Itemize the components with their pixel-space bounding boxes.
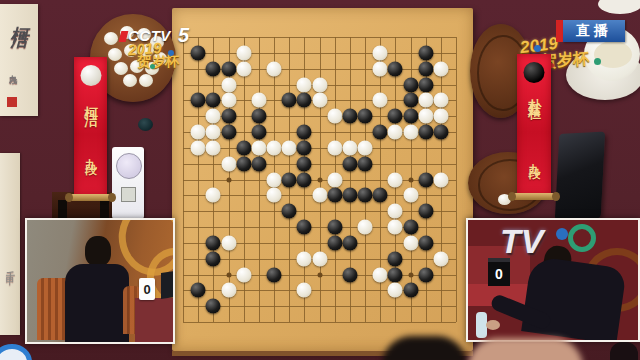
scroll-name-text: 柯洁 bbox=[8, 12, 31, 22]
white-stone bbox=[327, 172, 342, 187]
black-stone bbox=[206, 61, 221, 76]
white-stone bbox=[221, 235, 236, 250]
black-stone bbox=[297, 93, 312, 108]
black-stone bbox=[403, 93, 418, 108]
go-board bbox=[172, 8, 473, 351]
white-stone bbox=[221, 77, 236, 92]
white-stone bbox=[282, 140, 297, 155]
black-stone bbox=[191, 93, 206, 108]
table-leg bbox=[58, 200, 67, 220]
white-stone bbox=[236, 61, 251, 76]
table-cloth bbox=[135, 298, 173, 342]
green-swirl-icon bbox=[568, 224, 596, 252]
bauble-icon bbox=[150, 64, 155, 69]
black-stone bbox=[358, 188, 373, 203]
player-right-figure bbox=[521, 256, 627, 342]
bowl-white-stone bbox=[114, 62, 128, 75]
video-feed-left: 0 bbox=[25, 218, 175, 344]
white-stone bbox=[312, 93, 327, 108]
star-point bbox=[317, 272, 322, 277]
live-badge: 直播 bbox=[563, 20, 625, 42]
black-stone bbox=[327, 188, 342, 203]
scroll-rank-text: 九段 bbox=[6, 68, 17, 70]
black-stone bbox=[403, 109, 418, 124]
banner-rod bbox=[512, 193, 556, 200]
black-stone bbox=[342, 235, 357, 250]
white-stone bbox=[206, 188, 221, 203]
event-logo-name-left: 贺岁杯 bbox=[137, 53, 179, 71]
black-stone bbox=[206, 251, 221, 266]
side-scroll-text: 千甲 bbox=[4, 263, 17, 275]
black-stone bbox=[358, 109, 373, 124]
white-stone bbox=[236, 45, 251, 60]
black-stone bbox=[297, 172, 312, 187]
white-stone bbox=[206, 140, 221, 155]
bowl-white-stone bbox=[108, 48, 122, 61]
bauble-icon bbox=[594, 58, 601, 65]
black-stone bbox=[418, 77, 433, 92]
star-point bbox=[408, 177, 413, 182]
black-stone bbox=[388, 251, 403, 266]
saucer-partial bbox=[598, 0, 640, 14]
white-stone bbox=[297, 77, 312, 92]
white-stone bbox=[358, 220, 373, 235]
white-stone bbox=[267, 172, 282, 187]
white-stone bbox=[251, 140, 266, 155]
white-stone bbox=[433, 109, 448, 124]
black-stone bbox=[251, 109, 266, 124]
white-stone bbox=[433, 251, 448, 266]
black-stone bbox=[221, 125, 236, 140]
star-point bbox=[226, 177, 231, 182]
black-stone bbox=[206, 93, 221, 108]
star-point bbox=[226, 272, 231, 277]
white-stone-indicator-icon bbox=[80, 65, 101, 86]
black-stone bbox=[221, 109, 236, 124]
player-banner-right: 朴廷桓 九段 bbox=[517, 54, 551, 196]
black-stone bbox=[342, 188, 357, 203]
black-stone bbox=[267, 267, 282, 282]
game-clock-right bbox=[555, 132, 605, 221]
black-stone bbox=[297, 220, 312, 235]
broadcast-frame: 柯洁 九段 千甲 CCTV 5 2019 贺岁杯 2019 贺岁杯 直播 柯洁 bbox=[0, 0, 640, 360]
white-stone bbox=[297, 251, 312, 266]
bowl-white-stone bbox=[104, 32, 118, 45]
bowl-white-stone bbox=[123, 74, 137, 87]
grid-line bbox=[183, 322, 456, 323]
black-stone bbox=[403, 77, 418, 92]
clock-display bbox=[121, 187, 136, 202]
player-left-rank: 九段 bbox=[82, 149, 99, 157]
white-stone bbox=[342, 140, 357, 155]
black-stone bbox=[327, 235, 342, 250]
black-stone bbox=[388, 61, 403, 76]
player-left-figure bbox=[65, 264, 129, 342]
black-stone bbox=[418, 267, 433, 282]
black-stone bbox=[297, 156, 312, 171]
black-stone bbox=[206, 235, 221, 250]
black-stone bbox=[191, 45, 206, 60]
star-point bbox=[317, 177, 322, 182]
black-stone bbox=[418, 125, 433, 140]
bauble-icon bbox=[534, 45, 541, 52]
black-stone bbox=[297, 140, 312, 155]
corner-logo-fragment bbox=[0, 344, 32, 360]
white-stone bbox=[433, 93, 448, 108]
black-stone bbox=[327, 220, 342, 235]
white-stone bbox=[418, 109, 433, 124]
white-stone bbox=[433, 61, 448, 76]
white-stone bbox=[267, 188, 282, 203]
white-stone bbox=[206, 109, 221, 124]
table-leg bbox=[100, 200, 109, 220]
white-stone bbox=[297, 283, 312, 298]
game-clock-left bbox=[112, 147, 144, 219]
grid-line bbox=[183, 211, 456, 212]
counter-cube-right: 0 bbox=[488, 258, 510, 286]
clock-button bbox=[116, 153, 142, 179]
black-stone bbox=[282, 93, 297, 108]
monitor bbox=[161, 271, 174, 299]
player-left-head bbox=[85, 236, 111, 266]
player-left-name: 柯洁 bbox=[82, 95, 100, 109]
cctv-channel-number: 5 bbox=[178, 24, 190, 47]
white-stone bbox=[267, 140, 282, 155]
foreground-person bbox=[468, 338, 583, 360]
white-stone bbox=[433, 172, 448, 187]
white-stone bbox=[236, 267, 251, 282]
white-stone bbox=[373, 61, 388, 76]
player-hand bbox=[486, 320, 500, 330]
black-stone bbox=[236, 140, 251, 155]
calligraphy-scroll: 柯洁 九段 bbox=[0, 4, 38, 116]
black-stone bbox=[388, 267, 403, 282]
white-stone bbox=[418, 93, 433, 108]
white-stone bbox=[221, 283, 236, 298]
white-stone bbox=[388, 125, 403, 140]
black-stone bbox=[403, 220, 418, 235]
black-stone bbox=[418, 45, 433, 60]
grid-line bbox=[456, 37, 457, 322]
red-seal bbox=[7, 97, 17, 107]
player-right-name: 朴廷桓 bbox=[525, 88, 543, 100]
black-stone bbox=[251, 156, 266, 171]
live-badge-stripe bbox=[556, 20, 563, 42]
white-stone bbox=[221, 156, 236, 171]
black-stone bbox=[342, 109, 357, 124]
white-stone bbox=[388, 283, 403, 298]
star-point bbox=[408, 272, 413, 277]
player-right-rank: 九段 bbox=[526, 154, 543, 160]
player-banner-left: 柯洁 九段 bbox=[74, 57, 107, 197]
white-stone bbox=[312, 77, 327, 92]
black-stone bbox=[282, 204, 297, 219]
black-stone bbox=[433, 125, 448, 140]
white-stone bbox=[206, 125, 221, 140]
white-stone bbox=[358, 140, 373, 155]
white-stone bbox=[327, 140, 342, 155]
black-stone bbox=[206, 299, 221, 314]
side-scroll: 千甲 bbox=[0, 153, 20, 335]
video-feed-right: TV 0 bbox=[466, 218, 640, 342]
white-stone bbox=[312, 251, 327, 266]
black-stone bbox=[418, 172, 433, 187]
black-stone bbox=[418, 61, 433, 76]
black-stone bbox=[251, 125, 266, 140]
white-stone bbox=[191, 140, 206, 155]
white-stone bbox=[267, 61, 282, 76]
white-stone bbox=[403, 188, 418, 203]
bauble-icon bbox=[556, 228, 568, 240]
white-stone bbox=[388, 172, 403, 187]
white-stone bbox=[403, 235, 418, 250]
white-stone bbox=[388, 220, 403, 235]
black-stone-indicator-icon bbox=[524, 62, 545, 83]
black-stone bbox=[418, 235, 433, 250]
grid-line bbox=[365, 37, 366, 322]
banner-rod bbox=[69, 194, 112, 201]
black-stone bbox=[191, 283, 206, 298]
black-stone bbox=[373, 125, 388, 140]
white-stone bbox=[191, 125, 206, 140]
black-stone bbox=[221, 61, 236, 76]
counter-card-left: 0 bbox=[139, 278, 155, 300]
black-bowl-lid bbox=[138, 118, 153, 131]
black-stone bbox=[403, 283, 418, 298]
white-stone bbox=[403, 125, 418, 140]
grid-line bbox=[183, 306, 456, 307]
bauble-icon bbox=[168, 50, 174, 56]
white-stone bbox=[312, 188, 327, 203]
white-stone bbox=[373, 267, 388, 282]
black-stone bbox=[342, 156, 357, 171]
black-stone bbox=[342, 267, 357, 282]
black-stone bbox=[282, 172, 297, 187]
tv-logo: TV bbox=[500, 222, 543, 261]
black-stone bbox=[418, 204, 433, 219]
black-stone bbox=[373, 188, 388, 203]
black-stone bbox=[358, 156, 373, 171]
bowl-white-stone bbox=[139, 74, 153, 87]
white-stone bbox=[221, 93, 236, 108]
black-stone bbox=[297, 125, 312, 140]
white-stone bbox=[373, 93, 388, 108]
go-board-grid bbox=[183, 37, 456, 322]
white-stone bbox=[327, 109, 342, 124]
black-stone bbox=[388, 109, 403, 124]
white-stone bbox=[388, 204, 403, 219]
white-stone bbox=[373, 45, 388, 60]
black-stone bbox=[236, 156, 251, 171]
white-stone bbox=[251, 93, 266, 108]
foreground-pot bbox=[610, 342, 638, 360]
